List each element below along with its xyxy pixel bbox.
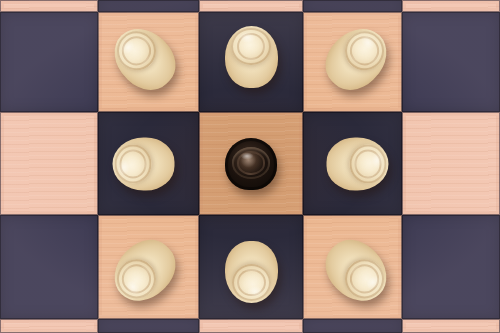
pawn-body: ♟ bbox=[225, 138, 277, 190]
pawn-head bbox=[231, 28, 270, 65]
pawn-body: ♙ bbox=[225, 241, 278, 303]
pieces-layer: ♙♙♙♙♟♙♙♙♙ bbox=[0, 0, 500, 333]
white-pawn[interactable]: ♙ bbox=[225, 241, 278, 303]
specular-highlight bbox=[246, 286, 262, 297]
pawn-head bbox=[349, 144, 386, 183]
pawn-head bbox=[114, 144, 151, 183]
white-pawn[interactable]: ♙ bbox=[331, 133, 384, 195]
pawn-head bbox=[231, 264, 270, 301]
pawn-body: ♙ bbox=[103, 16, 187, 100]
specular-highlight bbox=[371, 152, 382, 168]
white-pawn[interactable]: ♙ bbox=[330, 238, 383, 304]
pawn-head bbox=[336, 251, 392, 307]
pawn-head bbox=[336, 23, 392, 79]
pawn-head bbox=[232, 147, 270, 179]
pawn-head bbox=[109, 23, 165, 79]
pawn-body: ♙ bbox=[314, 229, 398, 313]
pawn-head bbox=[109, 251, 165, 307]
white-pawn[interactable]: ♙ bbox=[225, 26, 278, 88]
white-pawn[interactable]: ♙ bbox=[117, 133, 170, 195]
black-pawn[interactable]: ♟ bbox=[225, 138, 277, 190]
specular-highlight bbox=[240, 152, 254, 160]
white-pawn[interactable]: ♙ bbox=[118, 238, 171, 304]
pawn-body: ♙ bbox=[103, 229, 187, 313]
white-pawn[interactable]: ♙ bbox=[118, 26, 171, 92]
pawn-body: ♙ bbox=[225, 26, 278, 88]
white-pawn[interactable]: ♙ bbox=[330, 26, 383, 92]
pawn-body: ♙ bbox=[327, 137, 389, 190]
pawn-body: ♙ bbox=[314, 16, 398, 100]
pawn-body: ♙ bbox=[113, 137, 175, 190]
chessboard-photo: ♙♙♙♙♟♙♙♙♙ bbox=[0, 0, 500, 333]
